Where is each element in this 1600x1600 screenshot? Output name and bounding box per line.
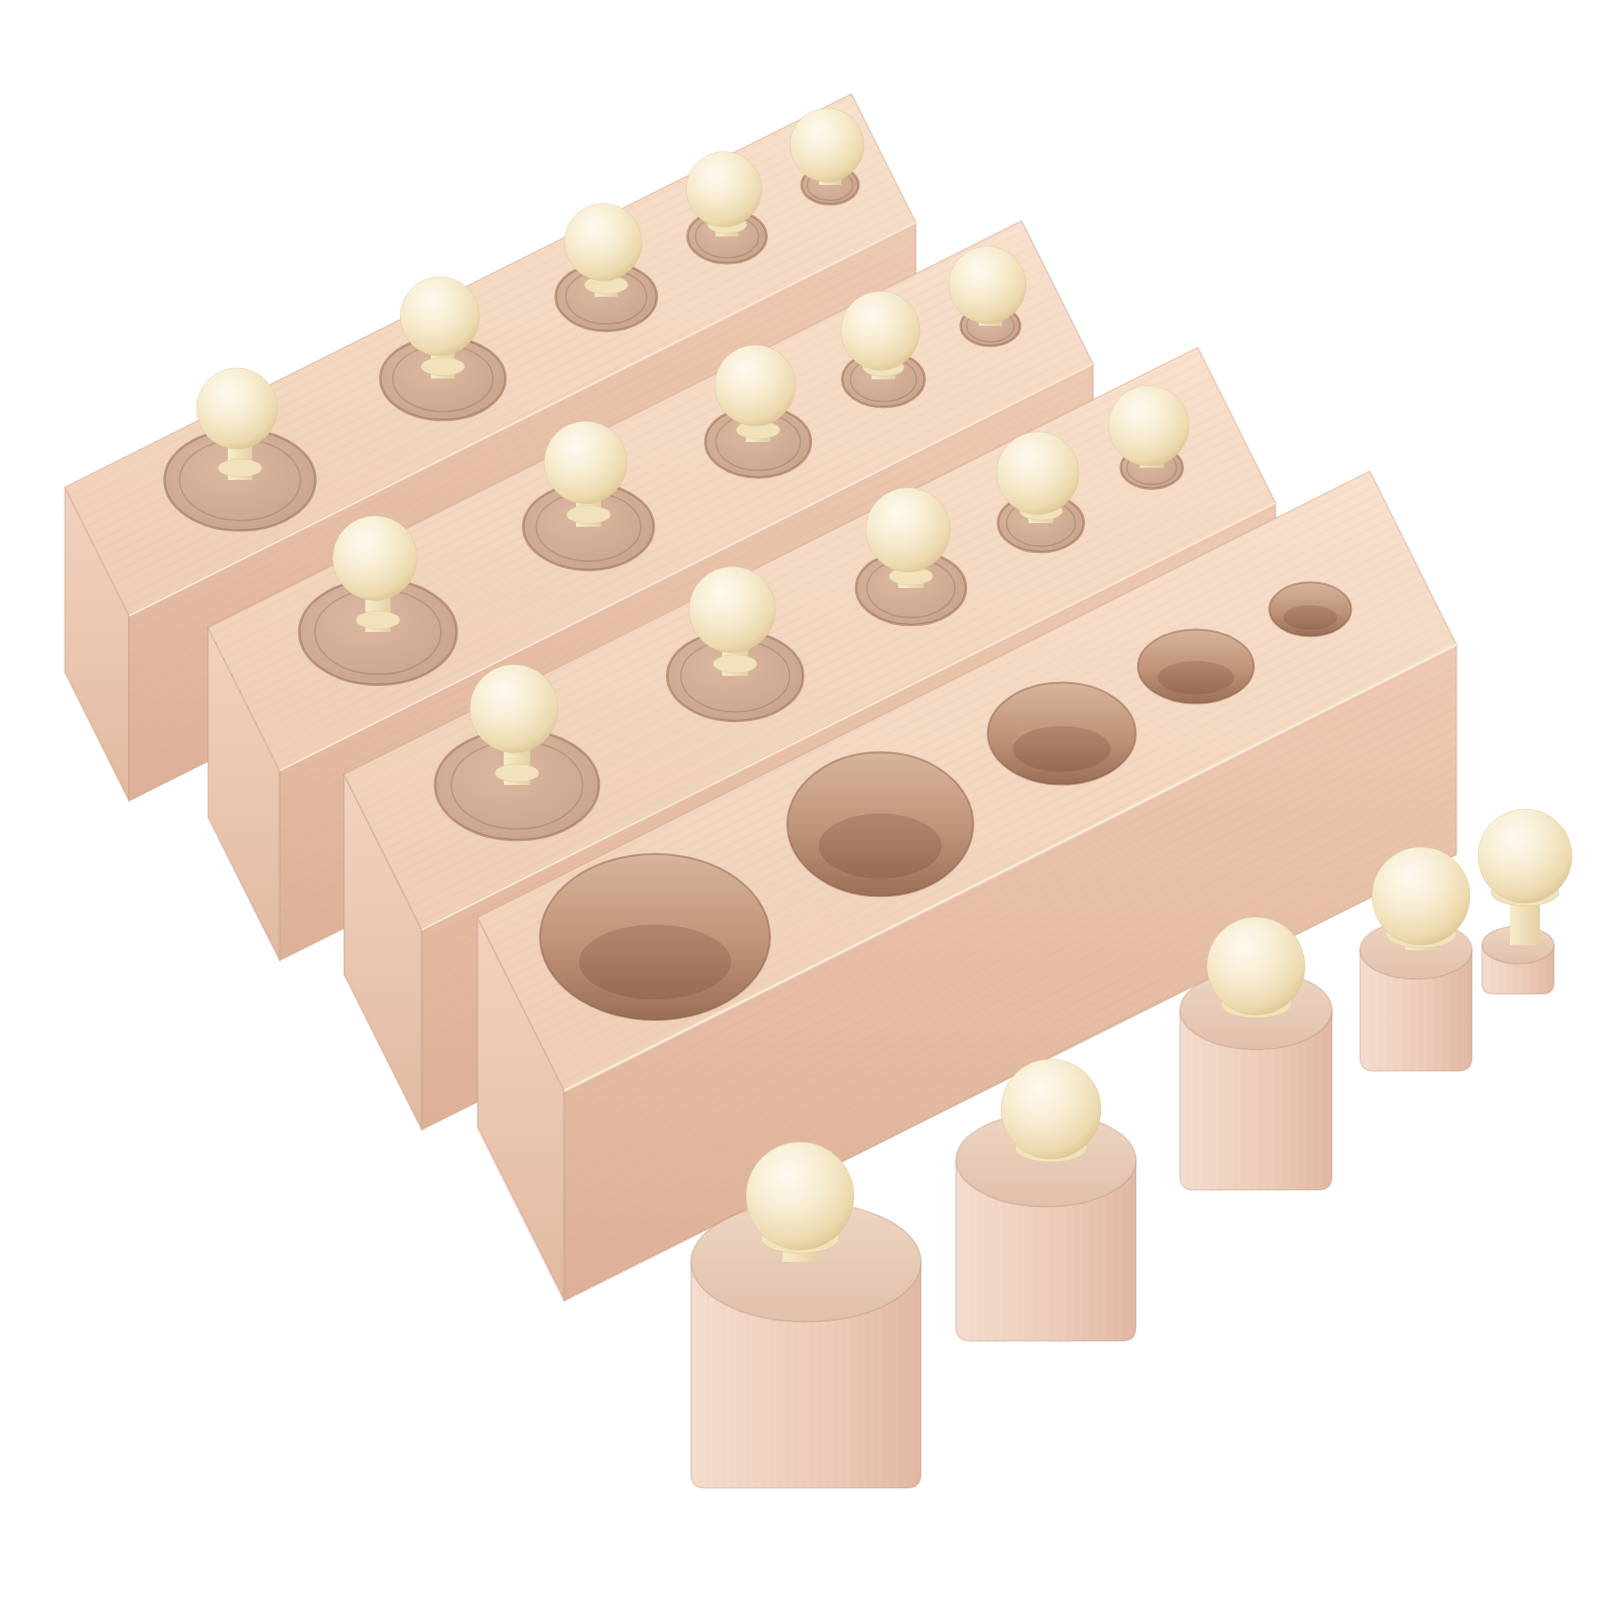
free-cylinder-4-knob <box>1372 847 1470 945</box>
free-cylinder-5-knob <box>1478 809 1572 903</box>
block-1-cylinder-3-knob <box>565 203 642 280</box>
block-4-hole-1-depth <box>579 925 731 1000</box>
block-3-cylinder-2-knob <box>689 567 775 653</box>
block-3-cylinder-4[interactable] <box>997 432 1084 552</box>
block-1-cylinder-5-knob <box>790 108 864 182</box>
block-3-cylinder-2-flange <box>713 655 757 673</box>
product-photo-stage <box>0 0 1600 1600</box>
block-4-hole-3-depth <box>1013 726 1111 772</box>
free-cylinder-4[interactable] <box>1360 847 1472 1071</box>
block-1-cylinder-2-knob <box>400 277 479 356</box>
block-2-cylinder-1-flange <box>356 611 400 629</box>
free-cylinder-3-knob <box>1207 917 1305 1015</box>
block-2-cylinder-1-knob <box>333 516 418 601</box>
block-2-cylinder-4-knob <box>841 291 920 370</box>
block-3-cylinder-3-knob <box>866 488 950 572</box>
block-2-cylinder-2-knob <box>544 421 627 504</box>
block-3-cylinder-1-flange <box>495 764 539 782</box>
block-4-hole-4-depth <box>1158 661 1235 694</box>
block-3-cylinder-1-knob <box>470 665 558 753</box>
block-1-cylinder-4-knob <box>686 151 762 227</box>
block-2-cylinder-4[interactable] <box>841 291 925 407</box>
block-4-hole-5-depth <box>1283 605 1337 629</box>
block-3-cylinder-4-knob <box>997 432 1080 515</box>
block-1-cylinder-2-flange <box>421 358 465 376</box>
block-1-cylinder-1-flange <box>218 459 262 477</box>
free-cylinder-1-knob <box>746 1142 854 1250</box>
block-2-cylinder-3-knob <box>715 345 796 426</box>
block-2-cylinder-5-knob <box>949 246 1026 323</box>
block-3-cylinder-5-knob <box>1108 385 1189 466</box>
scene <box>0 0 1600 1600</box>
block-3-cylinder-5[interactable] <box>1108 385 1189 488</box>
free-cylinder-2-knob <box>1001 1059 1101 1159</box>
block-2-cylinder-2-flange <box>567 506 611 524</box>
block-1-cylinder-4[interactable] <box>686 151 766 263</box>
block-1-cylinder-1-knob <box>197 368 278 449</box>
block-2-cylinder-5[interactable] <box>949 246 1026 346</box>
block-1-cylinder-5[interactable] <box>790 108 864 204</box>
block-4-hole-2-depth <box>819 814 942 879</box>
